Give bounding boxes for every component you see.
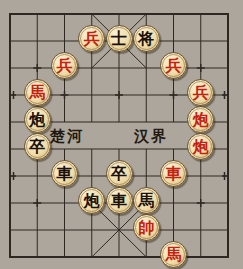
piece-black-soldier[interactable]: 卒 [106, 160, 133, 187]
piece-black-cannon[interactable]: 炮 [24, 106, 51, 133]
river-label-han: 汉界 [128, 127, 174, 145]
piece-red-soldier[interactable]: 兵 [160, 52, 187, 79]
piece-black-general[interactable]: 将 [133, 25, 160, 52]
piece-red-general[interactable]: 帥 [133, 214, 160, 241]
xiangqi-board: 楚河 汉界 士将炮卒車卒炮車馬兵兵兵馬兵炮炮車帥馬 [0, 0, 243, 269]
piece-black-soldier[interactable]: 卒 [24, 133, 51, 160]
piece-black-chariot[interactable]: 車 [51, 160, 78, 187]
river-label-chu: 楚河 [44, 127, 90, 145]
piece-red-chariot[interactable]: 車 [160, 160, 187, 187]
piece-red-horse[interactable]: 馬 [24, 79, 51, 106]
piece-red-horse[interactable]: 馬 [160, 241, 187, 268]
piece-black-chariot[interactable]: 車 [106, 187, 133, 214]
piece-black-advisor[interactable]: 士 [106, 25, 133, 52]
piece-black-horse[interactable]: 馬 [133, 187, 160, 214]
piece-red-soldier[interactable]: 兵 [51, 52, 78, 79]
